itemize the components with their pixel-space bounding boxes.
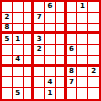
cell-r9c1[interactable]	[2, 88, 13, 99]
cell-r4c3[interactable]	[24, 34, 35, 45]
cell-r7c3[interactable]	[24, 67, 35, 78]
cell-r3c7[interactable]	[67, 24, 78, 35]
cell-r9c4[interactable]	[34, 88, 45, 99]
cell-r3c5[interactable]	[45, 24, 56, 35]
cell-r6c4[interactable]	[34, 56, 45, 67]
cell-r7c8[interactable]	[77, 67, 88, 78]
cell-r5c4[interactable]: 2	[34, 45, 45, 56]
cell-r9c7[interactable]	[67, 88, 78, 99]
cell-r1c5[interactable]: 6	[45, 2, 56, 13]
cell-r2c1[interactable]: 2	[2, 13, 13, 24]
cell-r2c7[interactable]	[67, 13, 78, 24]
cell-r5c8[interactable]	[77, 45, 88, 56]
cell-r3c8[interactable]	[77, 24, 88, 35]
cell-r1c3[interactable]	[24, 2, 35, 13]
cell-r8c2[interactable]	[13, 77, 24, 88]
cell-r7c4[interactable]	[34, 67, 45, 78]
cell-r3c4[interactable]	[34, 24, 45, 35]
cell-r7c7[interactable]: 8	[67, 67, 78, 78]
cell-r1c2[interactable]	[13, 2, 24, 13]
cell-r8c8[interactable]	[77, 77, 88, 88]
cell-r2c9[interactable]	[88, 13, 99, 24]
cell-r7c5[interactable]	[45, 67, 56, 78]
cell-r1c1[interactable]	[2, 2, 13, 13]
cell-r9c6[interactable]	[56, 88, 67, 99]
cell-r5c1[interactable]	[2, 45, 13, 56]
cell-r1c9[interactable]	[88, 2, 99, 13]
cell-r2c3[interactable]	[24, 13, 35, 24]
cell-r7c9[interactable]: 2	[88, 67, 99, 78]
cell-r3c3[interactable]	[24, 24, 35, 35]
cell-r4c2[interactable]: 1	[13, 34, 24, 45]
cell-r8c6[interactable]	[56, 77, 67, 88]
cell-r2c6[interactable]	[56, 13, 67, 24]
cell-r4c4[interactable]: 3	[34, 34, 45, 45]
cell-r1c8[interactable]: 1	[77, 2, 88, 13]
sudoku-board: 61278513264824751	[0, 0, 101, 101]
cell-r6c8[interactable]	[77, 56, 88, 67]
cell-r1c7[interactable]	[67, 2, 78, 13]
cell-r9c3[interactable]	[24, 88, 35, 99]
cell-r6c3[interactable]	[24, 56, 35, 67]
cell-r4c7[interactable]	[67, 34, 78, 45]
cell-r9c8[interactable]	[77, 88, 88, 99]
cell-r1c4[interactable]	[34, 2, 45, 13]
cell-r2c8[interactable]	[77, 13, 88, 24]
cell-r4c8[interactable]	[77, 34, 88, 45]
cell-r9c2[interactable]: 5	[13, 88, 24, 99]
cell-r8c1[interactable]	[2, 77, 13, 88]
cell-r8c4[interactable]	[34, 77, 45, 88]
cell-r3c6[interactable]	[56, 24, 67, 35]
cell-r3c2[interactable]	[13, 24, 24, 35]
cell-r1c6[interactable]	[56, 2, 67, 13]
cell-r7c1[interactable]	[2, 67, 13, 78]
cell-r3c9[interactable]	[88, 24, 99, 35]
cell-r8c5[interactable]: 4	[45, 77, 56, 88]
cell-r8c9[interactable]	[88, 77, 99, 88]
cell-r9c5[interactable]: 1	[45, 88, 56, 99]
cell-r6c1[interactable]	[2, 56, 13, 67]
cell-r4c5[interactable]	[45, 34, 56, 45]
cell-r4c9[interactable]	[88, 34, 99, 45]
cell-r8c7[interactable]: 7	[67, 77, 78, 88]
cell-r5c7[interactable]: 6	[67, 45, 78, 56]
cell-r5c3[interactable]	[24, 45, 35, 56]
cell-r5c2[interactable]	[13, 45, 24, 56]
cell-r5c6[interactable]	[56, 45, 67, 56]
cell-r2c2[interactable]	[13, 13, 24, 24]
cell-r4c1[interactable]: 5	[2, 34, 13, 45]
cell-r4c6[interactable]	[56, 34, 67, 45]
cell-r6c9[interactable]	[88, 56, 99, 67]
cell-r7c2[interactable]	[13, 67, 24, 78]
cell-r2c5[interactable]	[45, 13, 56, 24]
cell-r8c3[interactable]	[24, 77, 35, 88]
cell-r7c6[interactable]	[56, 67, 67, 78]
cell-r5c9[interactable]	[88, 45, 99, 56]
cell-r6c2[interactable]: 4	[13, 56, 24, 67]
cell-r6c6[interactable]	[56, 56, 67, 67]
cell-r6c7[interactable]	[67, 56, 78, 67]
cell-r3c1[interactable]: 8	[2, 24, 13, 35]
cell-r6c5[interactable]	[45, 56, 56, 67]
cell-r2c4[interactable]: 7	[34, 13, 45, 24]
cell-r9c9[interactable]	[88, 88, 99, 99]
cell-r5c5[interactable]	[45, 45, 56, 56]
